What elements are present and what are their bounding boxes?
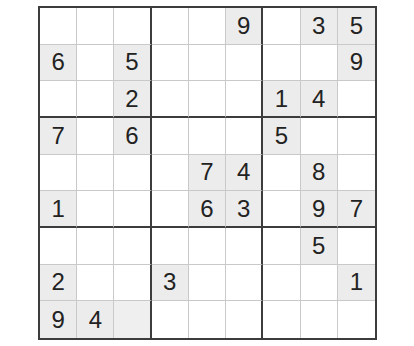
cell-r6c2[interactable] <box>77 191 114 228</box>
cell-r8c9[interactable]: 1 <box>338 265 375 302</box>
cell-r6c9[interactable]: 7 <box>338 191 375 228</box>
cell-r6c5[interactable]: 6 <box>189 191 226 228</box>
cell-r7c7[interactable] <box>263 228 300 265</box>
cell-r4c1[interactable]: 7 <box>40 118 77 155</box>
cell-r5c1[interactable] <box>40 155 77 192</box>
cell-r5c7[interactable] <box>263 155 300 192</box>
cell-r5c6[interactable]: 4 <box>226 155 263 192</box>
cell-r4c5[interactable] <box>189 118 226 155</box>
cell-r2c6[interactable] <box>226 45 263 82</box>
cell-r4c8[interactable] <box>301 118 338 155</box>
cell-r1c4[interactable] <box>152 8 189 45</box>
cell-r9c4[interactable] <box>152 301 189 338</box>
cell-r2c4[interactable] <box>152 45 189 82</box>
cell-r5c3[interactable] <box>114 155 151 192</box>
cell-r8c8[interactable] <box>301 265 338 302</box>
cell-r4c7[interactable]: 5 <box>263 118 300 155</box>
cell-r9c3[interactable] <box>114 301 151 338</box>
cell-r5c4[interactable] <box>152 155 189 192</box>
cell-r3c1[interactable] <box>40 81 77 118</box>
cell-r7c6[interactable] <box>226 228 263 265</box>
cell-r6c4[interactable] <box>152 191 189 228</box>
cell-r4c6[interactable] <box>226 118 263 155</box>
cell-r3c2[interactable] <box>77 81 114 118</box>
cell-r2c5[interactable] <box>189 45 226 82</box>
cell-r5c2[interactable] <box>77 155 114 192</box>
cell-r4c4[interactable] <box>152 118 189 155</box>
cell-r6c3[interactable] <box>114 191 151 228</box>
cell-r8c6[interactable] <box>226 265 263 302</box>
cell-r1c6[interactable]: 9 <box>226 8 263 45</box>
cell-r7c3[interactable] <box>114 228 151 265</box>
cell-r5c9[interactable] <box>338 155 375 192</box>
cell-r7c5[interactable] <box>189 228 226 265</box>
cell-r3c9[interactable] <box>338 81 375 118</box>
cell-r3c7[interactable]: 1 <box>263 81 300 118</box>
cell-r6c6[interactable]: 3 <box>226 191 263 228</box>
cell-r2c7[interactable] <box>263 45 300 82</box>
cell-r9c6[interactable] <box>226 301 263 338</box>
sudoku-page: 93565921476574816397523194 <box>0 0 414 346</box>
cell-r9c1[interactable]: 9 <box>40 301 77 338</box>
cell-r6c8[interactable]: 9 <box>301 191 338 228</box>
cell-r7c4[interactable] <box>152 228 189 265</box>
cell-r8c1[interactable]: 2 <box>40 265 77 302</box>
cell-r8c5[interactable] <box>189 265 226 302</box>
cell-r3c3[interactable]: 2 <box>114 81 151 118</box>
cell-r2c1[interactable]: 6 <box>40 45 77 82</box>
cell-r7c8[interactable]: 5 <box>301 228 338 265</box>
cell-r8c2[interactable] <box>77 265 114 302</box>
cell-r9c2[interactable]: 4 <box>77 301 114 338</box>
cell-r7c9[interactable] <box>338 228 375 265</box>
cell-r5c5[interactable]: 7 <box>189 155 226 192</box>
cell-r9c5[interactable] <box>189 301 226 338</box>
cell-r5c8[interactable]: 8 <box>301 155 338 192</box>
cell-r4c2[interactable] <box>77 118 114 155</box>
cell-r7c1[interactable] <box>40 228 77 265</box>
cell-r1c9[interactable]: 5 <box>338 8 375 45</box>
cell-r2c8[interactable] <box>301 45 338 82</box>
cell-r9c9[interactable] <box>338 301 375 338</box>
cell-r1c2[interactable] <box>77 8 114 45</box>
cell-r2c3[interactable]: 5 <box>114 45 151 82</box>
cell-r3c8[interactable]: 4 <box>301 81 338 118</box>
cell-r9c8[interactable] <box>301 301 338 338</box>
cell-r4c9[interactable] <box>338 118 375 155</box>
cell-r1c3[interactable] <box>114 8 151 45</box>
cell-r4c3[interactable]: 6 <box>114 118 151 155</box>
sudoku-board: 93565921476574816397523194 <box>38 6 377 340</box>
cell-r8c7[interactable] <box>263 265 300 302</box>
cell-r3c4[interactable] <box>152 81 189 118</box>
cell-r3c5[interactable] <box>189 81 226 118</box>
cell-r2c9[interactable]: 9 <box>338 45 375 82</box>
cell-r1c1[interactable] <box>40 8 77 45</box>
cell-r9c7[interactable] <box>263 301 300 338</box>
cell-r8c4[interactable]: 3 <box>152 265 189 302</box>
cell-r3c6[interactable] <box>226 81 263 118</box>
cell-r1c8[interactable]: 3 <box>301 8 338 45</box>
cell-r6c7[interactable] <box>263 191 300 228</box>
cell-r6c1[interactable]: 1 <box>40 191 77 228</box>
cell-r8c3[interactable] <box>114 265 151 302</box>
cell-r1c7[interactable] <box>263 8 300 45</box>
cell-r2c2[interactable] <box>77 45 114 82</box>
cell-r1c5[interactable] <box>189 8 226 45</box>
cell-r7c2[interactable] <box>77 228 114 265</box>
